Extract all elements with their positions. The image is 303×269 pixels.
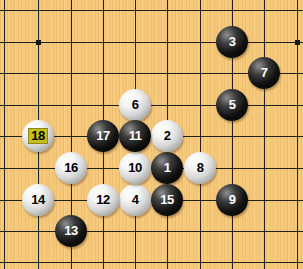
stone-number: 4: [132, 193, 139, 207]
stone-8: 8: [184, 152, 216, 184]
stone-17: 17: [87, 120, 119, 152]
stone-5: 5: [216, 89, 248, 121]
stone-number: 2: [164, 129, 171, 143]
stone-11: 11: [119, 120, 151, 152]
stone-3: 3: [216, 26, 248, 58]
stone-18: 18: [22, 120, 54, 152]
stone-number: 16: [64, 161, 77, 175]
stone-number: 3: [229, 35, 236, 49]
stone-12: 12: [87, 184, 119, 216]
stone-number: 11: [129, 129, 142, 143]
grid-line-vertical: [200, 0, 201, 269]
stone-6: 6: [119, 89, 151, 121]
stone-16: 16: [55, 152, 87, 184]
star-point: [295, 40, 300, 45]
stone-13: 13: [55, 215, 87, 247]
stone-number: 12: [96, 193, 109, 207]
stone-number: 17: [96, 129, 109, 143]
grid-line-vertical: [4, 0, 5, 269]
stone-14: 14: [22, 184, 54, 216]
star-point: [36, 40, 41, 45]
grid-line-horizontal: [0, 262, 303, 263]
stone-number: 15: [160, 193, 173, 207]
stone-number: 1: [164, 161, 171, 175]
stone-10: 10: [119, 152, 151, 184]
grid-line-horizontal: [0, 231, 303, 232]
stone-number-last-move: 18: [28, 128, 47, 144]
stone-9: 9: [216, 184, 248, 216]
stone-4: 4: [119, 184, 151, 216]
grid-line-vertical: [264, 0, 265, 269]
stone-number: 7: [261, 66, 268, 80]
stone-number: 8: [197, 161, 204, 175]
stone-number: 9: [229, 193, 236, 207]
grid-line-horizontal: [0, 10, 303, 11]
stone-2: 2: [151, 120, 183, 152]
stone-number: 13: [64, 224, 77, 238]
stone-number: 6: [132, 98, 139, 112]
stone-number: 5: [229, 98, 236, 112]
stone-7: 7: [248, 57, 280, 89]
grid-line-horizontal: [0, 105, 303, 106]
board[interactable]: 123456789101112131415161718: [0, 0, 303, 269]
stone-number: 10: [128, 161, 141, 175]
grid-line-horizontal: [0, 42, 303, 43]
gomoku-diagram: 123456789101112131415161718: [0, 0, 303, 269]
stone-1: 1: [151, 152, 183, 184]
stone-number: 14: [31, 193, 44, 207]
stone-15: 15: [151, 184, 183, 216]
